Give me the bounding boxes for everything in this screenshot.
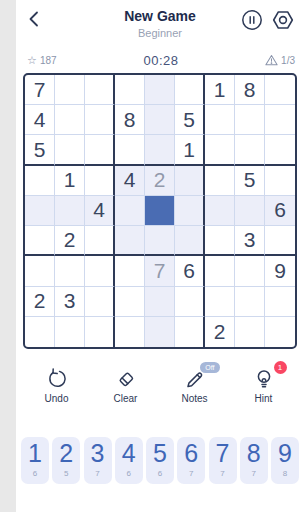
cell-r9c8[interactable] <box>235 317 265 347</box>
undo-icon <box>46 368 68 390</box>
hint-button[interactable]: 1 Hint <box>236 368 292 404</box>
clear-label: Clear <box>114 393 138 404</box>
cell-r4c7[interactable] <box>205 166 235 196</box>
cell-r3c3[interactable] <box>85 135 115 165</box>
cell-r4c5[interactable]: 2 <box>145 166 175 196</box>
cell-value: 2 <box>214 320 226 344</box>
cell-value: 8 <box>244 78 256 102</box>
cell-r9c4[interactable] <box>115 317 145 347</box>
cell-value: 2 <box>34 289 46 313</box>
sudoku-app: New Game Beginner 00:28 ☆ 187 <box>16 0 304 512</box>
cell-value: 3 <box>64 289 76 313</box>
numpad-key-9[interactable]: 98 <box>271 437 299 484</box>
cell-r8c7[interactable] <box>205 287 235 317</box>
cell-r7c8[interactable] <box>235 256 265 286</box>
cell-r1c4[interactable] <box>115 75 145 105</box>
cell-r3c2[interactable] <box>55 135 85 165</box>
undo-button[interactable]: Undo <box>29 368 85 404</box>
cell-r3c7[interactable] <box>205 135 235 165</box>
cell-r7c9[interactable]: 9 <box>265 256 295 286</box>
numpad-digit: 4 <box>122 438 136 469</box>
numpad-remaining-count: 7 <box>95 469 99 478</box>
cell-r2c5[interactable] <box>145 105 175 135</box>
numpad-remaining-count: 7 <box>252 469 256 478</box>
eraser-icon <box>115 368 137 390</box>
numpad-key-2[interactable]: 25 <box>52 437 80 484</box>
cell-r8c2[interactable]: 3 <box>55 287 85 317</box>
cell-r8c4[interactable] <box>115 287 145 317</box>
cell-r5c3[interactable]: 4 <box>85 196 115 226</box>
cell-r1c1[interactable]: 7 <box>25 75 55 105</box>
numpad-remaining-count: 6 <box>33 469 37 478</box>
numpad-key-3[interactable]: 37 <box>84 437 112 484</box>
toolbar: Undo Clear Off Notes 1 <box>22 368 298 404</box>
numpad-key-5[interactable]: 56 <box>146 437 174 484</box>
numpad-digit: 7 <box>216 438 230 469</box>
cell-r9c6[interactable] <box>175 317 205 347</box>
numpad-digit: 9 <box>278 438 292 469</box>
cell-r2c7[interactable] <box>205 105 235 135</box>
cell-r7c7[interactable] <box>205 256 235 286</box>
cell-value: 9 <box>274 259 286 283</box>
numpad-digit: 6 <box>184 438 198 469</box>
cell-r5c6[interactable] <box>175 196 205 226</box>
numpad-remaining-count: 6 <box>158 469 162 478</box>
cell-r8c6[interactable] <box>175 287 205 317</box>
notes-toggle-badge: Off <box>200 362 219 373</box>
cell-r4c1[interactable] <box>25 166 55 196</box>
cell-value: 5 <box>34 138 46 162</box>
cell-r7c3[interactable] <box>85 256 115 286</box>
cell-r8c9[interactable] <box>265 287 295 317</box>
numpad-digit: 8 <box>247 438 261 469</box>
cell-value: 3 <box>244 228 256 252</box>
numpad-remaining-count: 5 <box>64 469 68 478</box>
notes-button[interactable]: Off Notes <box>167 368 223 404</box>
cell-value: 2 <box>64 228 76 252</box>
cell-value: 6 <box>274 198 286 222</box>
cell-value: 8 <box>124 108 136 132</box>
numpad-remaining-count: 6 <box>127 469 131 478</box>
cell-r8c5[interactable] <box>145 287 175 317</box>
cell-r1c9[interactable] <box>265 75 295 105</box>
cell-r3c8[interactable] <box>235 135 265 165</box>
cell-r8c3[interactable] <box>85 287 115 317</box>
cell-r4c9[interactable] <box>265 166 295 196</box>
cell-value: 4 <box>124 168 136 192</box>
cell-r1c7[interactable]: 1 <box>205 75 235 105</box>
cell-r1c3[interactable] <box>85 75 115 105</box>
cell-r4c8[interactable]: 5 <box>235 166 265 196</box>
stats-bar: 00:28 ☆ 187 1/3 <box>27 52 295 68</box>
cell-r1c6[interactable] <box>175 75 205 105</box>
cell-r6c7[interactable] <box>205 226 235 256</box>
cell-r2c4[interactable]: 8 <box>115 105 145 135</box>
clear-button[interactable]: Clear <box>98 368 154 404</box>
cell-r4c3[interactable] <box>85 166 115 196</box>
hint-count-badge: 1 <box>274 361 287 374</box>
cell-r7c4[interactable] <box>115 256 145 286</box>
cell-value: 7 <box>34 78 46 102</box>
cell-r7c1[interactable] <box>25 256 55 286</box>
gear-icon <box>272 9 294 31</box>
cell-r7c2[interactable] <box>55 256 85 286</box>
cell-r9c3[interactable] <box>85 317 115 347</box>
cell-r3c1[interactable]: 5 <box>25 135 55 165</box>
numpad-key-7[interactable]: 77 <box>209 437 237 484</box>
cell-r2c1[interactable]: 4 <box>25 105 55 135</box>
cell-r9c9[interactable] <box>265 317 295 347</box>
cell-r4c6[interactable] <box>175 166 205 196</box>
cell-r6c5[interactable] <box>145 226 175 256</box>
cell-r6c3[interactable] <box>85 226 115 256</box>
cell-r6c8[interactable]: 3 <box>235 226 265 256</box>
settings-button[interactable] <box>272 9 294 31</box>
cell-value: 4 <box>93 198 105 222</box>
cell-r5c9[interactable]: 6 <box>265 196 295 226</box>
numpad-key-1[interactable]: 16 <box>21 437 49 484</box>
cell-value: 5 <box>244 168 256 192</box>
cell-r3c6[interactable]: 1 <box>175 135 205 165</box>
cell-r6c9[interactable] <box>265 226 295 256</box>
cell-r5c2[interactable] <box>55 196 85 226</box>
numpad-key-8[interactable]: 87 <box>240 437 268 484</box>
lightbulb-icon <box>253 368 275 390</box>
numpad-digit: 3 <box>91 438 105 469</box>
cell-r9c2[interactable] <box>55 317 85 347</box>
cell-value: 1 <box>183 138 195 162</box>
timer: 00:28 <box>27 53 295 68</box>
cell-r1c2[interactable] <box>55 75 85 105</box>
number-pad: 162537465667778798 <box>21 437 299 484</box>
cell-r7c6[interactable]: 6 <box>175 256 205 286</box>
cell-r5c4[interactable] <box>115 196 145 226</box>
cell-value: 1 <box>64 168 76 192</box>
cell-r6c2[interactable]: 2 <box>55 226 85 256</box>
notes-label: Notes <box>181 393 207 404</box>
cell-r6c1[interactable] <box>25 226 55 256</box>
cell-value: 4 <box>34 108 46 132</box>
numpad-remaining-count: 7 <box>189 469 193 478</box>
cell-r2c9[interactable] <box>265 105 295 135</box>
numpad-remaining-count: 7 <box>220 469 224 478</box>
cell-r5c1[interactable] <box>25 196 55 226</box>
cell-r2c3[interactable] <box>85 105 115 135</box>
cell-r2c8[interactable] <box>235 105 265 135</box>
sudoku-board: 7184855114254623769232 <box>23 73 297 349</box>
cell-r1c8[interactable]: 8 <box>235 75 265 105</box>
cell-r4c4[interactable]: 4 <box>115 166 145 196</box>
cell-r6c6[interactable] <box>175 226 205 256</box>
pause-button[interactable] <box>241 9 263 31</box>
cell-r8c8[interactable] <box>235 287 265 317</box>
hint-label: Hint <box>255 393 273 404</box>
pause-icon <box>241 9 263 31</box>
numpad-digit: 5 <box>153 438 167 469</box>
cell-r1c5[interactable] <box>145 75 175 105</box>
cell-r5c7[interactable] <box>205 196 235 226</box>
cell-value: 2 <box>154 168 166 192</box>
numpad-remaining-count: 8 <box>283 469 287 478</box>
cell-r5c8[interactable] <box>235 196 265 226</box>
cell-r9c5[interactable] <box>145 317 175 347</box>
cell-r3c9[interactable] <box>265 135 295 165</box>
numpad-key-6[interactable]: 67 <box>177 437 205 484</box>
cell-value: 7 <box>154 259 166 283</box>
cell-r9c1[interactable] <box>25 317 55 347</box>
cell-value: 1 <box>214 78 226 102</box>
cell-value: 5 <box>183 108 195 132</box>
cell-r9c7[interactable]: 2 <box>205 317 235 347</box>
cell-r3c5[interactable] <box>145 135 175 165</box>
undo-label: Undo <box>45 393 69 404</box>
cell-r6c4[interactable] <box>115 226 145 256</box>
numpad-digit: 1 <box>28 438 42 469</box>
numpad-digit: 2 <box>59 438 73 469</box>
cell-r7c5[interactable]: 7 <box>145 256 175 286</box>
numpad-key-4[interactable]: 46 <box>115 437 143 484</box>
cell-r4c2[interactable]: 1 <box>55 166 85 196</box>
cell-r3c4[interactable] <box>115 135 145 165</box>
cell-r2c6[interactable]: 5 <box>175 105 205 135</box>
cell-r5c5[interactable] <box>145 196 175 226</box>
cell-r2c2[interactable] <box>55 105 85 135</box>
cell-r8c1[interactable]: 2 <box>25 287 55 317</box>
cell-value: 6 <box>183 259 195 283</box>
